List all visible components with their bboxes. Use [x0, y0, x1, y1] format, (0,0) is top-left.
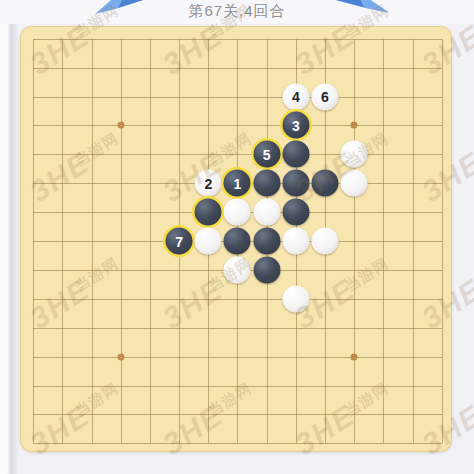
stone-move-number: 1: [234, 176, 242, 190]
star-point: [117, 353, 124, 360]
stone-move-number: 7: [175, 234, 183, 248]
stone-black[interactable]: [282, 141, 309, 168]
grid-line-vertical: [413, 39, 414, 444]
stone-white[interactable]: [341, 141, 368, 168]
stone-white[interactable]: [312, 228, 339, 255]
stone-white[interactable]: [341, 170, 368, 197]
grid-line-vertical: [383, 39, 384, 444]
stone-black[interactable]: [224, 228, 251, 255]
star-point: [117, 122, 124, 129]
stone-black[interactable]: [312, 170, 339, 197]
star-point: [351, 353, 358, 360]
stone-black[interactable]: [253, 228, 280, 255]
grid-line-horizontal: [33, 299, 441, 300]
stone-white[interactable]: [224, 256, 251, 283]
page-title: 第67关,4回合: [0, 2, 474, 21]
stone-black[interactable]: [282, 170, 309, 197]
stone-move-number: 5: [263, 147, 271, 161]
grid-line-horizontal: [33, 328, 441, 329]
gomoku-board[interactable]: 4635217: [20, 26, 452, 452]
stone-white[interactable]: [253, 199, 280, 226]
grid-line-horizontal: [33, 386, 441, 387]
stone-black-5[interactable]: 5: [253, 141, 280, 168]
next-level-arrow-icon[interactable]: [336, 0, 392, 13]
stone-black-1[interactable]: 1: [224, 170, 251, 197]
stone-black-3[interactable]: 3: [282, 112, 309, 139]
grid-line-horizontal: [33, 357, 441, 358]
game-screen: 第67关,4回合 4635217 3HE3HE3HE3HE3HE3HE3HE3H…: [0, 0, 474, 474]
grid-line-vertical: [442, 39, 443, 444]
stone-white[interactable]: [224, 199, 251, 226]
stone-move-number: 2: [204, 176, 212, 190]
stone-black-7[interactable]: 7: [166, 228, 193, 255]
stone-white-6[interactable]: 6: [312, 83, 339, 110]
stone-white[interactable]: [282, 228, 309, 255]
stone-black[interactable]: [282, 199, 309, 226]
grid-line-horizontal: [33, 443, 441, 444]
stone-white[interactable]: [195, 228, 222, 255]
star-point: [351, 122, 358, 129]
grid-line-horizontal: [33, 414, 441, 415]
stone-move-number: 3: [292, 118, 300, 132]
stone-move-number: 4: [292, 90, 300, 104]
stone-black[interactable]: [253, 170, 280, 197]
stone-white-2[interactable]: 2: [195, 170, 222, 197]
stone-white-4[interactable]: 4: [282, 83, 309, 110]
stone-white[interactable]: [282, 285, 309, 312]
left-edge-shading: [0, 0, 18, 474]
stone-black[interactable]: [195, 199, 222, 226]
stone-move-number: 6: [321, 90, 329, 104]
grid-line-vertical: [354, 39, 355, 444]
stone-black[interactable]: [253, 256, 280, 283]
